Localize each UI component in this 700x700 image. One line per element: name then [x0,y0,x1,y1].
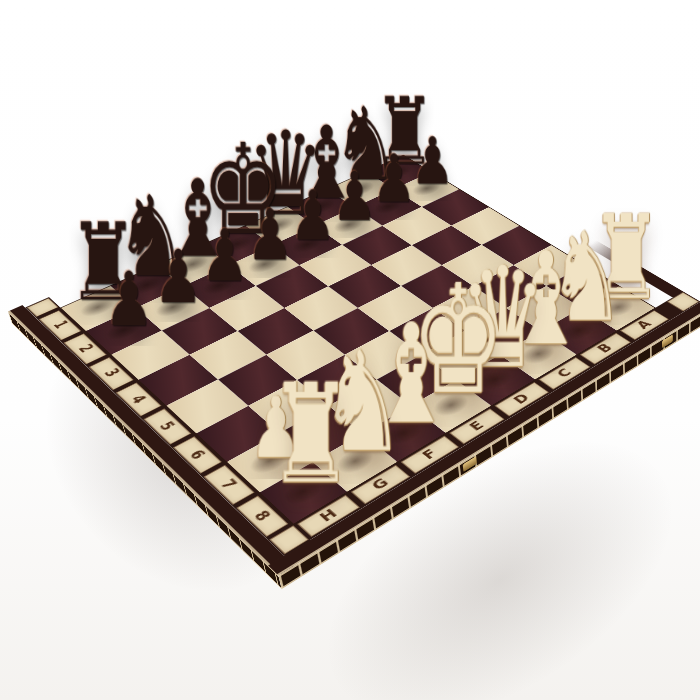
perspective-wrapper: 12345678HGFEDCBA♜♞♝♛♚♝♞♜♟♟♟♟♟♟♟♟♟♜♞♝♛♚♝♞… [108,58,608,558]
rook-glyph: ♜ [235,368,386,498]
brass-latch-icon [662,334,673,348]
pawn-glyph: ♟ [61,264,197,335]
chess-board: 12345678HGFEDCBA♜♞♝♛♚♝♞♜♟♟♟♟♟♟♟♟♟♜♞♝♛♚♝♞… [4,131,700,575]
rank-label: 5 [157,420,178,433]
photo-stage: 12345678HGFEDCBA♜♞♝♛♚♝♞♜♟♟♟♟♟♟♟♟♟♜♞♝♛♚♝♞… [0,0,700,700]
rank-label: 2 [75,343,95,355]
